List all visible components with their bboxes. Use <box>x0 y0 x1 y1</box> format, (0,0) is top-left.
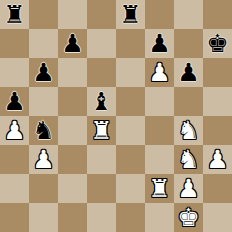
square-d6[interactable] <box>87 58 116 87</box>
square-e5[interactable] <box>116 87 145 116</box>
black-king-icon[interactable]: ♚ <box>206 29 228 58</box>
square-c5[interactable] <box>58 87 87 116</box>
square-e6[interactable] <box>116 58 145 87</box>
white-king-icon[interactable]: ♚ <box>177 203 199 232</box>
square-a6[interactable] <box>0 58 29 87</box>
square-g8[interactable] <box>174 0 203 29</box>
white-pawn-icon[interactable]: ♟ <box>177 174 199 203</box>
square-d7[interactable] <box>87 29 116 58</box>
white-pawn-icon[interactable]: ♟ <box>32 145 54 174</box>
square-c4[interactable] <box>58 116 87 145</box>
black-pawn-icon[interactable]: ♟ <box>3 87 25 116</box>
square-c7[interactable]: ♟ <box>58 29 87 58</box>
black-rook-icon[interactable]: ♜ <box>3 0 25 29</box>
square-e2[interactable] <box>116 174 145 203</box>
square-g1[interactable]: ♚ <box>174 203 203 232</box>
square-a5[interactable]: ♟ <box>0 87 29 116</box>
square-b8[interactable] <box>29 0 58 29</box>
square-c6[interactable] <box>58 58 87 87</box>
square-c3[interactable] <box>58 145 87 174</box>
square-g6[interactable]: ♟ <box>174 58 203 87</box>
square-d5[interactable]: ♝ <box>87 87 116 116</box>
square-f3[interactable] <box>145 145 174 174</box>
square-e3[interactable] <box>116 145 145 174</box>
black-pawn-icon[interactable]: ♟ <box>148 29 170 58</box>
square-h7[interactable]: ♚ <box>203 29 232 58</box>
white-knight-icon[interactable]: ♞ <box>177 116 199 145</box>
square-d8[interactable] <box>87 0 116 29</box>
square-b3[interactable]: ♟ <box>29 145 58 174</box>
square-e7[interactable] <box>116 29 145 58</box>
square-a1[interactable] <box>0 203 29 232</box>
black-pawn-icon[interactable]: ♟ <box>32 58 54 87</box>
square-g7[interactable] <box>174 29 203 58</box>
square-a2[interactable] <box>0 174 29 203</box>
square-h6[interactable] <box>203 58 232 87</box>
square-g5[interactable] <box>174 87 203 116</box>
square-a3[interactable] <box>0 145 29 174</box>
square-b4[interactable]: ♞ <box>29 116 58 145</box>
black-bishop-icon[interactable]: ♝ <box>90 87 112 116</box>
square-f6[interactable]: ♟ <box>145 58 174 87</box>
square-h1[interactable] <box>203 203 232 232</box>
square-f5[interactable] <box>145 87 174 116</box>
square-c8[interactable] <box>58 0 87 29</box>
square-f7[interactable]: ♟ <box>145 29 174 58</box>
square-f2[interactable]: ♜ <box>145 174 174 203</box>
white-pawn-icon[interactable]: ♟ <box>148 58 170 87</box>
square-e1[interactable] <box>116 203 145 232</box>
white-rook-icon[interactable]: ♜ <box>90 116 112 145</box>
square-h5[interactable] <box>203 87 232 116</box>
black-pawn-icon[interactable]: ♟ <box>61 29 83 58</box>
square-g2[interactable]: ♟ <box>174 174 203 203</box>
square-f8[interactable] <box>145 0 174 29</box>
square-d1[interactable] <box>87 203 116 232</box>
square-b1[interactable] <box>29 203 58 232</box>
white-pawn-icon[interactable]: ♟ <box>3 116 25 145</box>
white-pawn-icon[interactable]: ♟ <box>206 145 228 174</box>
square-b2[interactable] <box>29 174 58 203</box>
square-d3[interactable] <box>87 145 116 174</box>
black-knight-icon[interactable]: ♞ <box>32 116 54 145</box>
black-pawn-icon[interactable]: ♟ <box>177 58 199 87</box>
square-h2[interactable] <box>203 174 232 203</box>
square-f1[interactable] <box>145 203 174 232</box>
square-b5[interactable] <box>29 87 58 116</box>
square-d4[interactable]: ♜ <box>87 116 116 145</box>
square-g3[interactable]: ♞ <box>174 145 203 174</box>
square-b7[interactable] <box>29 29 58 58</box>
square-a7[interactable] <box>0 29 29 58</box>
square-d2[interactable] <box>87 174 116 203</box>
white-knight-icon[interactable]: ♞ <box>177 145 199 174</box>
square-c2[interactable] <box>58 174 87 203</box>
square-e4[interactable] <box>116 116 145 145</box>
square-h8[interactable] <box>203 0 232 29</box>
square-f4[interactable] <box>145 116 174 145</box>
square-g4[interactable]: ♞ <box>174 116 203 145</box>
white-rook-icon[interactable]: ♜ <box>148 174 170 203</box>
square-b6[interactable]: ♟ <box>29 58 58 87</box>
square-c1[interactable] <box>58 203 87 232</box>
black-rook-icon[interactable]: ♜ <box>119 0 141 29</box>
chess-board: ♜♜♟♟♚♟♟♟♟♝♟♞♜♞♟♞♟♜♟♚ <box>0 0 232 232</box>
square-a8[interactable]: ♜ <box>0 0 29 29</box>
square-h3[interactable]: ♟ <box>203 145 232 174</box>
square-a4[interactable]: ♟ <box>0 116 29 145</box>
square-e8[interactable]: ♜ <box>116 0 145 29</box>
square-h4[interactable] <box>203 116 232 145</box>
